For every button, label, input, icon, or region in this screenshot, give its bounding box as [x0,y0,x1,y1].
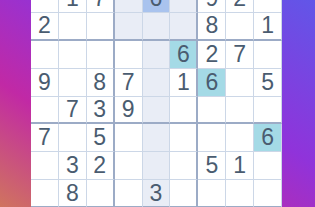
cell-r4c2[interactable] [59,41,87,69]
cell-r2c1[interactable] [31,0,59,13]
cell-r2c4[interactable] [115,0,143,13]
cell-r5c7[interactable]: 6 [198,69,226,97]
cell-r6c3[interactable]: 3 [87,97,115,125]
cell-r5c9[interactable]: 5 [254,69,282,97]
cell-r7c7[interactable] [198,124,226,152]
cell-r8c1[interactable] [31,152,59,180]
cell-r9c5[interactable]: 3 [143,180,171,207]
cell-r5c3[interactable]: 8 [87,69,115,97]
cell-r8c8[interactable]: 1 [226,152,254,180]
cell-r6c5[interactable] [143,97,171,125]
cell-r9c1[interactable] [31,180,59,207]
cell-r2c8[interactable]: 2 [226,0,254,13]
cell-r4c9[interactable] [254,41,282,69]
cell-r9c7[interactable] [198,180,226,207]
cell-r9c9[interactable] [254,180,282,207]
cell-r5c5[interactable] [143,69,171,97]
cell-r4c8[interactable]: 7 [226,41,254,69]
cell-r2c2[interactable]: 1 [59,0,87,13]
cell-r4c1[interactable] [31,41,59,69]
cell-r9c4[interactable] [115,180,143,207]
cell-r6c6[interactable] [170,97,198,125]
cell-r7c2[interactable] [59,124,87,152]
cell-r4c4[interactable] [115,41,143,69]
cell-r8c9[interactable] [254,152,282,180]
cell-r8c7[interactable]: 5 [198,152,226,180]
cell-r3c7[interactable]: 8 [198,13,226,41]
cell-r5c6[interactable]: 1 [170,69,198,97]
cell-r2c6[interactable] [170,0,198,13]
cell-r7c9[interactable]: 6 [254,124,282,152]
cell-r7c3[interactable]: 5 [87,124,115,152]
cell-r7c5[interactable] [143,124,171,152]
cell-r2c3[interactable]: 7 [87,0,115,13]
cell-r4c5[interactable] [143,41,171,69]
cell-r3c9[interactable]: 1 [254,13,282,41]
cell-r7c8[interactable] [226,124,254,152]
cell-r2c7[interactable]: 9 [198,0,226,13]
cell-r8c3[interactable]: 2 [87,152,115,180]
cell-r4c3[interactable] [87,41,115,69]
cell-r5c2[interactable] [59,69,87,97]
cell-r8c4[interactable] [115,152,143,180]
cell-r3c6[interactable] [170,13,198,41]
cell-r3c2[interactable] [59,13,87,41]
cell-r7c6[interactable] [170,124,198,152]
cell-r9c6[interactable] [170,180,198,207]
cell-r6c8[interactable] [226,97,254,125]
cell-r9c8[interactable] [226,180,254,207]
cell-r2c9[interactable] [254,0,282,13]
cell-r5c4[interactable]: 7 [115,69,143,97]
sudoku-board: 17692281627987165739756325183 [31,0,282,207]
cell-r8c6[interactable] [170,152,198,180]
cell-r2c5[interactable]: 6 [143,0,171,13]
cell-r5c1[interactable]: 9 [31,69,59,97]
cell-r6c2[interactable]: 7 [59,97,87,125]
cell-r3c3[interactable] [87,13,115,41]
cell-r6c7[interactable] [198,97,226,125]
cell-r4c6[interactable]: 6 [170,41,198,69]
cell-r4c7[interactable]: 2 [198,41,226,69]
cell-r3c8[interactable] [226,13,254,41]
cell-r9c2[interactable]: 8 [59,180,87,207]
cell-r3c4[interactable] [115,13,143,41]
cell-r9c3[interactable] [87,180,115,207]
cell-r8c5[interactable] [143,152,171,180]
cell-r7c4[interactable] [115,124,143,152]
cell-r5c8[interactable] [226,69,254,97]
app-background: 17692281627987165739756325183 [0,0,315,207]
cell-r8c2[interactable]: 3 [59,152,87,180]
cell-r6c1[interactable] [31,97,59,125]
cell-r7c1[interactable]: 7 [31,124,59,152]
cell-r3c5[interactable] [143,13,171,41]
cell-r6c9[interactable] [254,97,282,125]
cell-r3c1[interactable]: 2 [31,13,59,41]
cell-r6c4[interactable]: 9 [115,97,143,125]
